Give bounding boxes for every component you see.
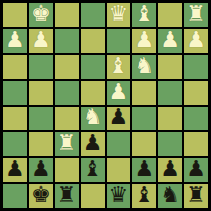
square-b8[interactable]: ♞	[158, 184, 182, 208]
square-c1[interactable]: ♝	[132, 3, 156, 27]
square-g6[interactable]	[29, 132, 53, 156]
black-pawn[interactable]: ♟	[186, 158, 206, 180]
square-b1[interactable]	[158, 3, 182, 27]
black-pawn[interactable]: ♟	[83, 132, 103, 154]
square-a1[interactable]: ♜	[184, 3, 208, 27]
square-h7[interactable]: ♟	[3, 158, 27, 182]
square-e5[interactable]: ♞	[81, 107, 105, 131]
square-g3[interactable]	[29, 55, 53, 79]
black-pawn[interactable]: ♟	[31, 158, 51, 180]
square-f2[interactable]	[55, 29, 79, 53]
square-d5[interactable]: ♟	[107, 107, 131, 131]
square-f6[interactable]: ♜	[55, 132, 79, 156]
black-knight[interactable]: ♞	[160, 184, 180, 206]
black-queen[interactable]: ♛	[109, 184, 129, 206]
square-c3[interactable]: ♞	[132, 55, 156, 79]
square-c4[interactable]	[132, 81, 156, 105]
square-a8[interactable]: ♜	[184, 184, 208, 208]
chess-board: ♚♛♝♜♟♟♟♟♟♝♞♟♞♟♜♟♟♟♝♟♟♟♚♜♛♝♞♜	[0, 0, 211, 211]
square-f7[interactable]	[55, 158, 79, 182]
square-g2[interactable]: ♟	[29, 29, 53, 53]
black-rook[interactable]: ♜	[186, 184, 206, 206]
square-b4[interactable]	[158, 81, 182, 105]
square-h6[interactable]	[3, 132, 27, 156]
black-king[interactable]: ♚	[31, 184, 51, 206]
square-d7[interactable]	[107, 158, 131, 182]
square-e4[interactable]	[81, 81, 105, 105]
white-knight[interactable]: ♞	[134, 55, 154, 77]
square-h5[interactable]	[3, 107, 27, 131]
square-d8[interactable]: ♛	[107, 184, 131, 208]
square-h4[interactable]	[3, 81, 27, 105]
square-g5[interactable]	[29, 107, 53, 131]
black-pawn[interactable]: ♟	[134, 158, 154, 180]
square-f1[interactable]	[55, 3, 79, 27]
square-f4[interactable]	[55, 81, 79, 105]
white-bishop[interactable]: ♝	[134, 3, 154, 25]
square-e7[interactable]: ♝	[81, 158, 105, 182]
black-pawn[interactable]: ♟	[160, 158, 180, 180]
black-rook[interactable]: ♜	[57, 184, 77, 206]
square-a4[interactable]	[184, 81, 208, 105]
square-c7[interactable]: ♟	[132, 158, 156, 182]
square-g4[interactable]	[29, 81, 53, 105]
white-rook[interactable]: ♜	[57, 132, 77, 154]
square-b7[interactable]: ♟	[158, 158, 182, 182]
square-e8[interactable]	[81, 184, 105, 208]
square-g1[interactable]: ♚	[29, 3, 53, 27]
square-h8[interactable]	[3, 184, 27, 208]
black-pawn[interactable]: ♟	[109, 107, 129, 129]
square-f8[interactable]: ♜	[55, 184, 79, 208]
square-c5[interactable]	[132, 107, 156, 131]
white-knight[interactable]: ♞	[83, 107, 103, 129]
black-bishop[interactable]: ♝	[134, 184, 154, 206]
square-d6[interactable]	[107, 132, 131, 156]
square-e6[interactable]: ♟	[81, 132, 105, 156]
square-e2[interactable]	[81, 29, 105, 53]
white-rook[interactable]: ♜	[186, 3, 206, 25]
white-pawn[interactable]: ♟	[134, 29, 154, 51]
square-a3[interactable]	[184, 55, 208, 79]
white-pawn[interactable]: ♟	[31, 29, 51, 51]
square-h2[interactable]: ♟	[3, 29, 27, 53]
white-bishop[interactable]: ♝	[109, 55, 129, 77]
square-g7[interactable]: ♟	[29, 158, 53, 182]
square-e1[interactable]	[81, 3, 105, 27]
square-d4[interactable]: ♟	[107, 81, 131, 105]
square-e3[interactable]	[81, 55, 105, 79]
square-a6[interactable]	[184, 132, 208, 156]
black-bishop[interactable]: ♝	[83, 158, 103, 180]
black-pawn[interactable]: ♟	[5, 158, 25, 180]
square-h1[interactable]	[3, 3, 27, 27]
white-king[interactable]: ♚	[31, 3, 51, 25]
square-g8[interactable]: ♚	[29, 184, 53, 208]
square-f5[interactable]	[55, 107, 79, 131]
square-c6[interactable]	[132, 132, 156, 156]
square-d3[interactable]: ♝	[107, 55, 131, 79]
square-b2[interactable]: ♟	[158, 29, 182, 53]
white-queen[interactable]: ♛	[109, 3, 129, 25]
square-a2[interactable]: ♟	[184, 29, 208, 53]
square-c8[interactable]: ♝	[132, 184, 156, 208]
square-f3[interactable]	[55, 55, 79, 79]
white-pawn[interactable]: ♟	[109, 81, 129, 103]
square-a5[interactable]	[184, 107, 208, 131]
square-b5[interactable]	[158, 107, 182, 131]
square-h3[interactable]	[3, 55, 27, 79]
square-d2[interactable]	[107, 29, 131, 53]
square-a7[interactable]: ♟	[184, 158, 208, 182]
square-b3[interactable]	[158, 55, 182, 79]
square-c2[interactable]: ♟	[132, 29, 156, 53]
white-pawn[interactable]: ♟	[186, 29, 206, 51]
square-b6[interactable]	[158, 132, 182, 156]
white-pawn[interactable]: ♟	[160, 29, 180, 51]
white-pawn[interactable]: ♟	[5, 29, 25, 51]
square-d1[interactable]: ♛	[107, 3, 131, 27]
